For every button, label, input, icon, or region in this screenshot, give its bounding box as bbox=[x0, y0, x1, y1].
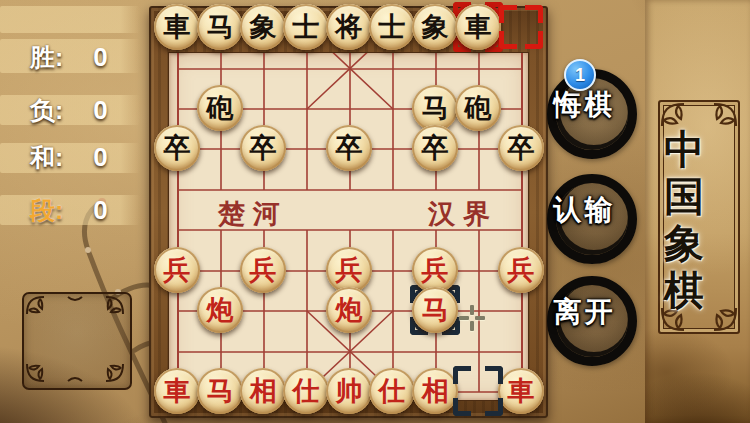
piece-black[interactable]: 砲 bbox=[197, 85, 243, 131]
undo-button-label: 悔棋 bbox=[551, 86, 616, 124]
stat-rank-value: 0 bbox=[93, 194, 107, 226]
stat-wins-value: 0 bbox=[93, 41, 107, 73]
stat-rank: 段: 0 bbox=[30, 194, 140, 226]
last-move-bracket-marker bbox=[499, 5, 543, 49]
empty-decor-frame bbox=[22, 292, 132, 390]
piece-red[interactable]: 兵 bbox=[154, 247, 200, 293]
piece-red[interactable]: 相 bbox=[240, 368, 286, 414]
piece-black[interactable]: 卒 bbox=[326, 125, 372, 171]
piece-red[interactable]: 兵 bbox=[240, 247, 286, 293]
piece-black[interactable]: 卒 bbox=[154, 125, 200, 171]
title-banner-column: 中 国 象 棋 bbox=[645, 0, 750, 423]
piece-red[interactable]: 帅 bbox=[326, 368, 372, 414]
piece-black[interactable]: 象 bbox=[240, 4, 286, 50]
piece-black[interactable]: 砲 bbox=[455, 85, 501, 131]
stat-draws-value: 0 bbox=[93, 141, 107, 173]
piece-red[interactable]: 马 bbox=[197, 368, 243, 414]
stat-wins-label: 胜: bbox=[30, 41, 63, 73]
piece-red[interactable]: 炮 bbox=[326, 287, 372, 333]
stat-rank-label: 段: bbox=[30, 194, 63, 226]
piece-black[interactable]: 马 bbox=[197, 4, 243, 50]
piece-black[interactable]: 士 bbox=[283, 4, 329, 50]
decor-frame-flourishes bbox=[24, 294, 126, 384]
panel-stripe bbox=[0, 6, 140, 33]
piece-black[interactable]: 車 bbox=[455, 4, 501, 50]
cursor-crosshair bbox=[459, 305, 485, 331]
piece-red[interactable]: 炮 bbox=[197, 287, 243, 333]
banner-char-1: 中 bbox=[645, 127, 723, 173]
leave-button[interactable]: 离开 bbox=[523, 269, 643, 355]
resign-button-label: 认输 bbox=[551, 191, 616, 229]
piece-red[interactable]: 马 bbox=[412, 287, 458, 333]
banner-char-4: 棋 bbox=[645, 268, 723, 314]
piece-red[interactable]: 仕 bbox=[283, 368, 329, 414]
piece-black[interactable]: 卒 bbox=[412, 125, 458, 171]
resign-button[interactable]: 认输 bbox=[523, 167, 643, 253]
banner-char-2: 国 bbox=[645, 174, 723, 220]
piece-black[interactable]: 卒 bbox=[240, 125, 286, 171]
river-label-han: 汉界 bbox=[411, 199, 507, 229]
piece-red[interactable]: 相 bbox=[412, 368, 458, 414]
piece-black[interactable]: 車 bbox=[154, 4, 200, 50]
piece-black[interactable]: 士 bbox=[369, 4, 415, 50]
leave-button-label: 离开 bbox=[551, 293, 616, 331]
board-frame: 楚河 汉界 bbox=[149, 6, 548, 418]
river-label-chu: 楚河 bbox=[201, 199, 297, 229]
xiangqi-app: 胜: 0 负: 0 和: 0 段: 0 bbox=[0, 0, 750, 423]
stat-losses-value: 0 bbox=[93, 94, 107, 126]
stat-losses: 负: 0 bbox=[30, 94, 140, 126]
piece-black[interactable]: 将 bbox=[326, 4, 372, 50]
banner-char-3: 象 bbox=[645, 221, 723, 267]
stat-draws-label: 和: bbox=[30, 141, 63, 173]
stat-draws: 和: 0 bbox=[30, 141, 140, 173]
piece-red[interactable]: 仕 bbox=[369, 368, 415, 414]
last-move-bracket-marker bbox=[453, 366, 503, 416]
stat-wins: 胜: 0 bbox=[30, 41, 140, 73]
piece-red[interactable]: 車 bbox=[498, 368, 544, 414]
piece-red[interactable]: 車 bbox=[154, 368, 200, 414]
undo-count-badge: 1 bbox=[564, 59, 596, 91]
piece-black[interactable]: 象 bbox=[412, 4, 458, 50]
stat-losses-label: 负: bbox=[30, 94, 63, 126]
